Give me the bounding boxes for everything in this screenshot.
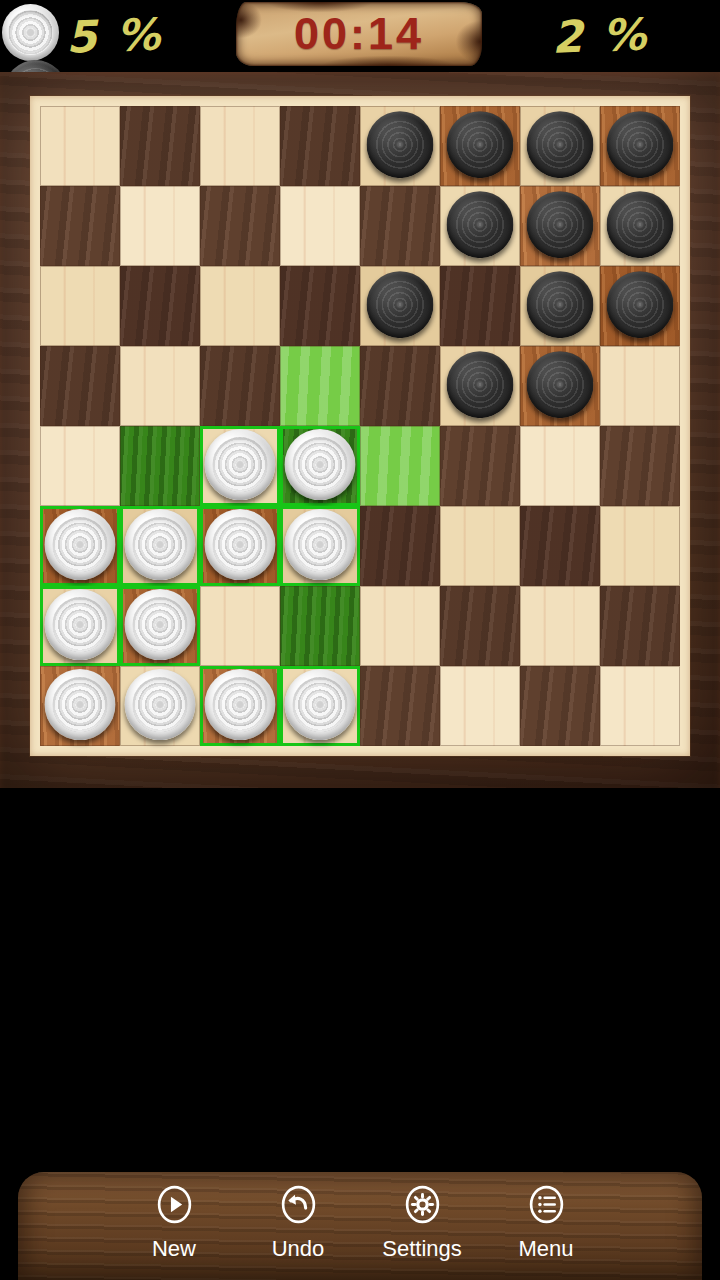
new-game-label: New: [152, 1238, 196, 1260]
board-inner-border: [30, 96, 690, 756]
black-piece-f5[interactable]: [447, 351, 514, 418]
square-a2[interactable]: [40, 586, 120, 666]
white-piece-c3[interactable]: [205, 509, 276, 580]
settings-button[interactable]: Settings: [360, 1184, 484, 1280]
square-g2[interactable]: [520, 586, 600, 666]
square-c7[interactable]: [200, 186, 280, 266]
square-f8[interactable]: [440, 106, 520, 186]
square-b6[interactable]: [120, 266, 200, 346]
square-c6[interactable]: [200, 266, 280, 346]
square-e1[interactable]: [360, 666, 440, 746]
undo-arrow-icon: [280, 1184, 317, 1225]
timer-plank: 00:14: [236, 2, 482, 66]
square-c2[interactable]: [200, 586, 280, 666]
square-h7[interactable]: [600, 186, 680, 266]
square-a8[interactable]: [40, 106, 120, 186]
square-c5[interactable]: [200, 346, 280, 426]
undo-button[interactable]: Undo: [236, 1184, 360, 1280]
white-piece-d1[interactable]: [285, 669, 356, 740]
white-piece-c4[interactable]: [205, 429, 276, 500]
white-piece-b3[interactable]: [125, 509, 196, 580]
black-piece-h8[interactable]: [607, 111, 674, 178]
play-icon: [156, 1184, 193, 1225]
square-g6[interactable]: [520, 266, 600, 346]
toolbar: New Undo: [18, 1172, 702, 1280]
square-b5[interactable]: [120, 346, 200, 426]
undo-label: Undo: [272, 1238, 325, 1260]
square-c3[interactable]: [200, 506, 280, 586]
white-piece-a2[interactable]: [45, 589, 116, 660]
square-g7[interactable]: [520, 186, 600, 266]
square-a7[interactable]: [40, 186, 120, 266]
square-e7[interactable]: [360, 186, 440, 266]
app-screen: 5 % 00:14 2 % New Undo: [0, 0, 720, 1280]
square-e4[interactable]: [360, 426, 440, 506]
white-piece-d4[interactable]: [285, 429, 356, 500]
black-piece-f7[interactable]: [447, 191, 514, 258]
black-piece-h7[interactable]: [607, 191, 674, 258]
square-e6[interactable]: [360, 266, 440, 346]
square-d6[interactable]: [280, 266, 360, 346]
square-h5[interactable]: [600, 346, 680, 426]
white-piece-b2[interactable]: [125, 589, 196, 660]
white-player-piece-icon: [2, 4, 59, 61]
square-e8[interactable]: [360, 106, 440, 186]
new-game-button[interactable]: New: [112, 1184, 236, 1280]
square-a5[interactable]: [40, 346, 120, 426]
square-f4[interactable]: [440, 426, 520, 506]
timer: 00:14: [294, 8, 424, 60]
square-g5[interactable]: [520, 346, 600, 426]
square-b4[interactable]: [120, 426, 200, 506]
black-piece-g5[interactable]: [527, 351, 594, 418]
square-f6[interactable]: [440, 266, 520, 346]
square-c1[interactable]: [200, 666, 280, 746]
square-f3[interactable]: [440, 506, 520, 586]
square-c8[interactable]: [200, 106, 280, 186]
square-f2[interactable]: [440, 586, 520, 666]
menu-list-icon: [528, 1184, 565, 1225]
black-piece-h6[interactable]: [607, 271, 674, 338]
square-a1[interactable]: [40, 666, 120, 746]
square-f7[interactable]: [440, 186, 520, 266]
checkers-board: [40, 106, 680, 746]
black-piece-g8[interactable]: [527, 111, 594, 178]
square-f5[interactable]: [440, 346, 520, 426]
white-piece-a3[interactable]: [45, 509, 116, 580]
white-piece-a1[interactable]: [45, 669, 116, 740]
square-b1[interactable]: [120, 666, 200, 746]
black-piece-g7[interactable]: [527, 191, 594, 258]
square-h8[interactable]: [600, 106, 680, 186]
square-d3[interactable]: [280, 506, 360, 586]
square-c4[interactable]: [200, 426, 280, 506]
square-h2[interactable]: [600, 586, 680, 666]
square-b8[interactable]: [120, 106, 200, 186]
square-f1[interactable]: [440, 666, 520, 746]
black-piece-e6[interactable]: [367, 271, 434, 338]
square-h4[interactable]: [600, 426, 680, 506]
gear-icon: [404, 1184, 441, 1225]
square-a3[interactable]: [40, 506, 120, 586]
white-piece-d3[interactable]: [285, 509, 356, 580]
square-d1[interactable]: [280, 666, 360, 746]
square-b7[interactable]: [120, 186, 200, 266]
square-g8[interactable]: [520, 106, 600, 186]
square-h1[interactable]: [600, 666, 680, 746]
square-g1[interactable]: [520, 666, 600, 746]
black-piece-e8[interactable]: [367, 111, 434, 178]
board-frame: [0, 72, 720, 788]
menu-button[interactable]: Menu: [484, 1184, 608, 1280]
square-a6[interactable]: [40, 266, 120, 346]
square-d8[interactable]: [280, 106, 360, 186]
black-piece-g6[interactable]: [527, 271, 594, 338]
square-h3[interactable]: [600, 506, 680, 586]
square-e2[interactable]: [360, 586, 440, 666]
square-g4[interactable]: [520, 426, 600, 506]
square-e5[interactable]: [360, 346, 440, 426]
hud-bar: 5 % 00:14 2 %: [0, 0, 720, 72]
white-player-score: 5 %: [65, 0, 163, 72]
square-b3[interactable]: [120, 506, 200, 586]
white-piece-c1[interactable]: [205, 669, 276, 740]
settings-label: Settings: [382, 1238, 462, 1260]
square-g3[interactable]: [520, 506, 600, 586]
square-b2[interactable]: [120, 586, 200, 666]
square-a4[interactable]: [40, 426, 120, 506]
black-piece-f8[interactable]: [447, 111, 514, 178]
square-d2[interactable]: [280, 586, 360, 666]
black-player-score: 2 %: [551, 0, 649, 72]
square-h6[interactable]: [600, 266, 680, 346]
menu-label: Menu: [518, 1238, 573, 1260]
white-piece-b1[interactable]: [125, 669, 196, 740]
square-d5[interactable]: [280, 346, 360, 426]
square-d7[interactable]: [280, 186, 360, 266]
square-e3[interactable]: [360, 506, 440, 586]
square-d4[interactable]: [280, 426, 360, 506]
